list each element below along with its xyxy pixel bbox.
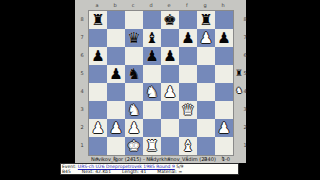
square-b4 [107,83,125,101]
rank-label-3-left: 3 [77,100,87,118]
square-a6: ♟ [89,47,107,65]
piece-white-pawn: ♟ [89,119,107,137]
square-c4 [125,83,143,101]
square-b5: ♟ [107,65,125,83]
square-d2 [143,119,161,137]
square-f5 [179,65,197,83]
file-label-f-top: f [178,2,196,8]
rank-label-7-left: 7 [77,28,87,46]
square-h1 [215,137,233,155]
rank-label-6-left: 6 [77,46,87,64]
square-c1: ♚ [125,137,143,155]
square-h8 [215,11,233,29]
players-caption: Novikov_Igor (2415) - Nadyrkhanov_Vadim … [75,156,246,163]
video-frame: { "game": "chess", "position": { "fen": … [0,0,320,180]
square-e5 [161,65,179,83]
square-f4 [179,83,197,101]
square-g4 [197,83,215,101]
piece-black-knight: ♞ [125,65,143,83]
square-h6 [215,47,233,65]
square-b2: ♟ [107,119,125,137]
square-d7: ♝ [143,29,161,47]
piece-black-pawn: ♟ [215,29,233,47]
square-d8 [143,11,161,29]
stat-token-0: B45 [62,169,71,174]
square-a3 [89,101,107,119]
piece-black-queen: ♛ [125,29,143,47]
file-label-c-top: c [124,2,142,8]
square-a4 [89,83,107,101]
piece-black-king: ♚ [161,11,179,29]
rank-label-5-left: 5 [77,64,87,82]
square-g7: ♟ [197,29,215,47]
material-black-rook-icon: ♜ [233,66,245,80]
square-c2: ♟ [125,119,143,137]
file-label-a-top: a [88,2,106,8]
square-g8: ♜ [197,11,215,29]
square-d4: ♞ [143,83,161,101]
rank-label-1-right: 1 [240,136,250,154]
piece-white-pawn: ♟ [215,119,233,137]
square-c8 [125,11,143,29]
square-a2: ♟ [89,119,107,137]
piece-white-king: ♚ [125,137,143,155]
chess-board: ♜♚♜♛♝♟♟♟♟♟♟♟♞♞♟♞♛♟♟♟♟♚♜♝ [88,10,234,156]
square-e7 [161,29,179,47]
square-f3: ♛ [179,101,197,119]
square-e2 [161,119,179,137]
square-c3: ♞ [125,101,143,119]
piece-white-pawn: ♟ [125,119,143,137]
piece-white-pawn: ♟ [107,119,125,137]
square-a8: ♜ [89,11,107,29]
piece-black-pawn: ♟ [161,47,179,65]
file-label-e-top: e [160,2,178,8]
material-white-knight-icon: ♞ [233,84,245,98]
square-g6 [197,47,215,65]
piece-white-knight: ♞ [143,83,161,101]
rank-label-3-right: 3 [240,100,250,118]
square-g3 [197,101,215,119]
square-h5 [215,65,233,83]
stat-token-2: Length: 41 [122,169,146,174]
piece-white-pawn: ♟ [197,29,215,47]
rank-label-8-right: 8 [240,10,250,28]
player-names: Novikov_Igor (2415) - Nadyrkhanov_Vadim … [91,156,216,162]
rank-label-8-left: 8 [77,10,87,28]
square-b1 [107,137,125,155]
rank-label-1-left: 1 [77,136,87,154]
square-d6: ♟ [143,47,161,65]
piece-black-pawn: ♟ [107,65,125,83]
square-e8: ♚ [161,11,179,29]
square-f2 [179,119,197,137]
file-label-d-top: d [142,2,160,8]
square-e3 [161,101,179,119]
game-result: 1-0 [222,156,230,162]
square-a7 [89,29,107,47]
rank-label-2-right: 2 [240,118,250,136]
square-e4: ♟ [161,83,179,101]
piece-black-pawn: ♟ [89,47,107,65]
piece-white-knight: ♞ [125,101,143,119]
piece-white-rook: ♜ [143,137,161,155]
square-f6 [179,47,197,65]
stat-token-3: Material: = [157,169,182,174]
file-label-g-top: g [196,2,214,8]
rank-label-4-left: 4 [77,82,87,100]
rank-label-7-right: 7 [240,28,250,46]
piece-white-bishop: ♝ [179,137,197,155]
square-d1: ♜ [143,137,161,155]
square-g5 [197,65,215,83]
square-a1 [89,137,107,155]
piece-black-pawn: ♟ [143,47,161,65]
square-b3 [107,101,125,119]
square-d5 [143,65,161,83]
square-b6 [107,47,125,65]
square-f7: ♟ [179,29,197,47]
square-h3 [215,101,233,119]
square-g2 [197,119,215,137]
piece-black-bishop: ♝ [143,29,161,47]
square-f8 [179,11,197,29]
rank-label-2-left: 2 [77,118,87,136]
piece-black-rook: ♜ [197,11,215,29]
square-h2: ♟ [215,119,233,137]
piece-white-queen: ♛ [179,101,197,119]
square-e6: ♟ [161,47,179,65]
file-label-h-top: h [214,2,232,8]
piece-black-rook: ♜ [89,11,107,29]
square-h4 [215,83,233,101]
square-b8 [107,11,125,29]
rank-label-6-right: 6 [240,46,250,64]
piece-black-pawn: ♟ [179,29,197,47]
square-c5: ♞ [125,65,143,83]
piece-white-pawn: ♟ [161,83,179,101]
square-g1 [197,137,215,155]
square-c7: ♛ [125,29,143,47]
stat-token-1: Next: 42.Kb1 [82,169,111,174]
stats-line: B45Next: 42.Kb1Length: 41Material: = [62,169,237,174]
square-b7 [107,29,125,47]
square-h7: ♟ [215,29,233,47]
square-d3 [143,101,161,119]
square-f1: ♝ [179,137,197,155]
file-label-b-top: b [106,2,124,8]
game-info-box: Event: URS-ch U26 Dnepropetrovsk 1985 Ro… [60,163,239,175]
square-c6 [125,47,143,65]
square-a5 [89,65,107,83]
square-e1 [161,137,179,155]
